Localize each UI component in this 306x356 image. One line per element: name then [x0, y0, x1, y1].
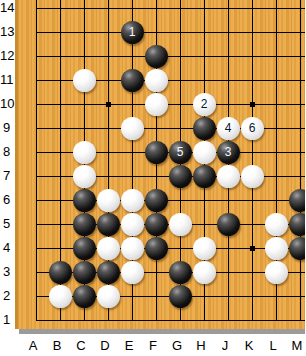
move-number-4: 4 — [225, 122, 232, 134]
black-stone-F8 — [145, 141, 168, 164]
white-stone-J7 — [217, 165, 240, 188]
column-label-A: A — [21, 339, 45, 353]
black-stone-B3 — [49, 261, 72, 284]
white-stone-C11 — [73, 69, 96, 92]
black-stone-D5 — [97, 213, 120, 236]
column-label-K: K — [237, 339, 261, 353]
board-shadow — [19, 329, 305, 334]
grid-line-row-14 — [36, 8, 305, 9]
white-stone-B2 — [49, 285, 72, 308]
column-label-L: L — [261, 339, 285, 353]
white-stone-K9: 6 — [241, 117, 264, 140]
white-stone-H3 — [193, 261, 216, 284]
go-diagram: 153246 1413121110987654321ABCDEFGHJKLM — [0, 0, 305, 356]
black-stone-G7 — [169, 165, 192, 188]
black-stone-H7 — [193, 165, 216, 188]
row-label-1: 1 — [0, 313, 13, 327]
column-label-D: D — [93, 339, 117, 353]
move-number-3: 3 — [225, 146, 232, 158]
column-label-G: G — [165, 339, 189, 353]
black-stone-J5 — [217, 213, 240, 236]
white-stone-H10: 2 — [193, 93, 216, 116]
star-point-K10 — [250, 102, 255, 107]
black-stone-D3 — [97, 261, 120, 284]
column-label-F: F — [141, 339, 165, 353]
grid-line-row-1 — [36, 320, 305, 321]
go-board[interactable]: 153246 — [15, 0, 305, 329]
black-stone-E11 — [121, 69, 144, 92]
black-stone-G8: 5 — [169, 141, 192, 164]
black-stone-M6 — [289, 189, 306, 212]
column-label-J: J — [213, 339, 237, 353]
white-stone-C8 — [73, 141, 96, 164]
column-label-C: C — [69, 339, 93, 353]
white-stone-G5 — [169, 213, 192, 236]
row-label-4: 4 — [0, 241, 13, 255]
black-stone-H9 — [193, 117, 216, 140]
black-stone-C3 — [73, 261, 96, 284]
grid-line-row-13 — [36, 32, 305, 33]
black-stone-J8: 3 — [217, 141, 240, 164]
star-point-K4 — [250, 246, 255, 251]
white-stone-L3 — [265, 261, 288, 284]
black-stone-F6 — [145, 189, 168, 212]
black-stone-F5 — [145, 213, 168, 236]
white-stone-C7 — [73, 165, 96, 188]
white-stone-E9 — [121, 117, 144, 140]
black-stone-C4 — [73, 237, 96, 260]
white-stone-D2 — [97, 285, 120, 308]
column-label-M: M — [285, 339, 305, 353]
row-label-11: 11 — [0, 73, 13, 87]
column-label-H: H — [189, 339, 213, 353]
black-stone-F4 — [145, 237, 168, 260]
white-stone-D6 — [97, 189, 120, 212]
black-stone-M4 — [289, 237, 306, 260]
grid-line-row-9 — [36, 128, 305, 129]
white-stone-E6 — [121, 189, 144, 212]
white-stone-L4 — [265, 237, 288, 260]
row-label-3: 3 — [0, 265, 13, 279]
white-stone-E5 — [121, 213, 144, 236]
white-stone-D4 — [97, 237, 120, 260]
move-number-6: 6 — [249, 122, 256, 134]
row-label-10: 10 — [0, 97, 13, 111]
black-stone-G2 — [169, 285, 192, 308]
row-label-9: 9 — [0, 121, 13, 135]
row-label-2: 2 — [0, 289, 13, 303]
row-label-12: 12 — [0, 49, 13, 63]
row-label-13: 13 — [0, 25, 13, 39]
move-number-5: 5 — [177, 146, 184, 158]
move-number-2: 2 — [201, 98, 208, 110]
black-stone-E13: 1 — [121, 21, 144, 44]
column-label-E: E — [117, 339, 141, 353]
row-label-7: 7 — [0, 169, 13, 183]
column-label-B: B — [45, 339, 69, 353]
grid-line-row-12 — [36, 56, 305, 57]
white-stone-F11 — [145, 69, 168, 92]
white-stone-H8 — [193, 141, 216, 164]
move-number-1: 1 — [129, 26, 136, 38]
white-stone-H4 — [193, 237, 216, 260]
black-stone-C6 — [73, 189, 96, 212]
star-point-D10 — [106, 102, 111, 107]
white-stone-E3 — [121, 261, 144, 284]
row-label-6: 6 — [0, 193, 13, 207]
white-stone-L5 — [265, 213, 288, 236]
black-stone-F12 — [145, 45, 168, 68]
white-stone-J9: 4 — [217, 117, 240, 140]
white-stone-E4 — [121, 237, 144, 260]
white-stone-K7 — [241, 165, 264, 188]
black-stone-M5 — [289, 213, 306, 236]
black-stone-C2 — [73, 285, 96, 308]
black-stone-G3 — [169, 261, 192, 284]
white-stone-F10 — [145, 93, 168, 116]
grid-line-row-10 — [36, 104, 305, 105]
row-label-5: 5 — [0, 217, 13, 231]
row-label-8: 8 — [0, 145, 13, 159]
row-label-14: 14 — [0, 1, 13, 15]
black-stone-C5 — [73, 213, 96, 236]
